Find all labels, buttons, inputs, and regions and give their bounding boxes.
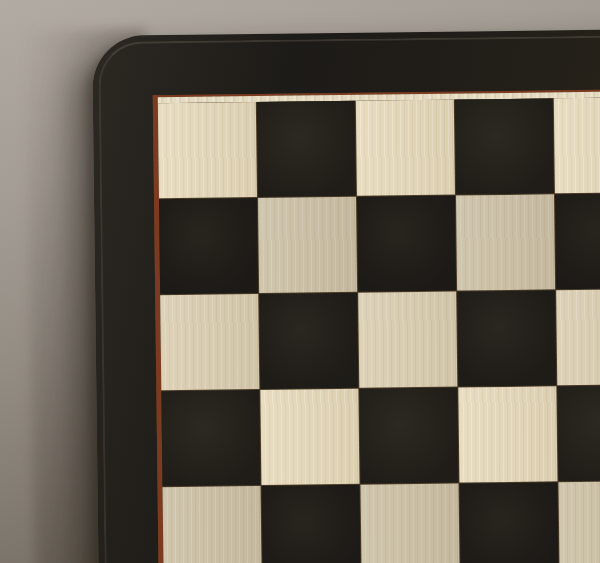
square[interactable] — [259, 293, 358, 389]
square[interactable] — [257, 101, 356, 197]
square[interactable] — [558, 481, 600, 563]
square[interactable] — [258, 197, 357, 293]
board-grid — [158, 96, 600, 563]
square[interactable] — [458, 386, 557, 482]
square[interactable] — [262, 485, 361, 563]
playing-field — [153, 88, 600, 563]
square[interactable] — [160, 294, 259, 390]
square[interactable] — [357, 196, 456, 292]
square[interactable] — [358, 292, 457, 388]
square[interactable] — [159, 198, 258, 294]
square[interactable] — [161, 390, 260, 486]
square[interactable] — [455, 98, 554, 194]
square[interactable] — [163, 486, 262, 563]
square[interactable] — [356, 100, 455, 196]
square[interactable] — [555, 193, 600, 289]
square[interactable] — [457, 290, 556, 386]
square[interactable] — [557, 385, 600, 481]
square[interactable] — [556, 289, 600, 385]
chessboard — [92, 29, 600, 563]
scene — [0, 0, 600, 563]
square[interactable] — [260, 389, 359, 485]
square[interactable] — [361, 484, 460, 563]
square[interactable] — [459, 482, 558, 563]
square[interactable] — [456, 194, 555, 290]
square[interactable] — [359, 388, 458, 484]
square[interactable] — [554, 97, 600, 193]
square[interactable] — [158, 102, 257, 198]
